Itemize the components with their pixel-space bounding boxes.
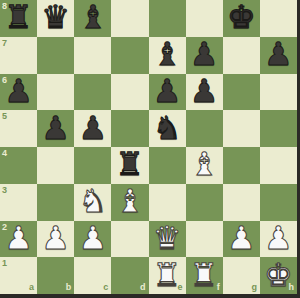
square-b6[interactable]: [37, 74, 74, 111]
black-pawn[interactable]: ♟: [41, 110, 70, 146]
chess-board-frame: 8♜♛♝♚7♝♟♟6♟♟♟5♟♟♞4♜♝3♞♝2♟♟♟♛♟♟1abcde♜f♜g…: [0, 0, 300, 298]
square-h1[interactable]: h♚: [260, 257, 297, 294]
square-e7[interactable]: ♝: [149, 37, 186, 74]
square-d3[interactable]: ♝: [111, 184, 148, 221]
square-d1[interactable]: d: [111, 257, 148, 294]
black-queen[interactable]: ♛: [41, 0, 70, 35]
square-h4[interactable]: [260, 147, 297, 184]
rank-label-3: 3: [2, 186, 7, 195]
square-a4[interactable]: 4: [0, 147, 37, 184]
square-g6[interactable]: [223, 74, 260, 111]
black-pawn[interactable]: ♟: [264, 36, 293, 72]
file-label-g: g: [251, 283, 257, 292]
square-g8[interactable]: ♚: [223, 0, 260, 37]
square-c8[interactable]: ♝: [74, 0, 111, 37]
rank-label-7: 7: [2, 39, 7, 48]
square-e3[interactable]: [149, 184, 186, 221]
square-f8[interactable]: [186, 0, 223, 37]
square-f2[interactable]: [186, 221, 223, 258]
rank-label-4: 4: [2, 149, 7, 158]
square-f1[interactable]: f♜: [186, 257, 223, 294]
square-f7[interactable]: ♟: [186, 37, 223, 74]
square-h3[interactable]: [260, 184, 297, 221]
white-bishop[interactable]: ♝: [116, 183, 145, 219]
square-f3[interactable]: [186, 184, 223, 221]
square-c7[interactable]: [74, 37, 111, 74]
square-d5[interactable]: [111, 110, 148, 147]
black-pawn[interactable]: ♟: [190, 73, 219, 109]
square-a8[interactable]: 8♜: [0, 0, 37, 37]
square-c1[interactable]: c: [74, 257, 111, 294]
file-label-b: b: [66, 283, 72, 292]
black-king[interactable]: ♚: [227, 0, 256, 35]
white-pawn[interactable]: ♟: [41, 220, 70, 256]
black-bishop[interactable]: ♝: [153, 36, 182, 72]
square-b1[interactable]: b: [37, 257, 74, 294]
square-c4[interactable]: [74, 147, 111, 184]
square-d4[interactable]: ♜: [111, 147, 148, 184]
square-b8[interactable]: ♛: [37, 0, 74, 37]
square-f6[interactable]: ♟: [186, 74, 223, 111]
square-g5[interactable]: [223, 110, 260, 147]
square-b3[interactable]: [37, 184, 74, 221]
square-a7[interactable]: 7: [0, 37, 37, 74]
square-g3[interactable]: [223, 184, 260, 221]
black-pawn[interactable]: ♟: [78, 110, 107, 146]
square-h2[interactable]: ♟: [260, 221, 297, 258]
square-b5[interactable]: ♟: [37, 110, 74, 147]
white-pawn[interactable]: ♟: [227, 220, 256, 256]
white-pawn[interactable]: ♟: [78, 220, 107, 256]
square-g7[interactable]: [223, 37, 260, 74]
square-d6[interactable]: [111, 74, 148, 111]
square-d8[interactable]: [111, 0, 148, 37]
square-a2[interactable]: 2♟: [0, 221, 37, 258]
square-h7[interactable]: ♟: [260, 37, 297, 74]
white-bishop[interactable]: ♝: [190, 146, 219, 182]
square-c3[interactable]: ♞: [74, 184, 111, 221]
square-a3[interactable]: 3: [0, 184, 37, 221]
chess-board: 8♜♛♝♚7♝♟♟6♟♟♟5♟♟♞4♜♝3♞♝2♟♟♟♛♟♟1abcde♜f♜g…: [0, 0, 297, 294]
black-rook[interactable]: ♜: [116, 146, 145, 182]
square-e5[interactable]: ♞: [149, 110, 186, 147]
rank-label-1: 1: [2, 259, 7, 268]
square-g2[interactable]: ♟: [223, 221, 260, 258]
black-rook[interactable]: ♜: [4, 0, 33, 35]
white-king[interactable]: ♚: [264, 257, 293, 293]
square-a6[interactable]: 6♟: [0, 74, 37, 111]
square-b4[interactable]: [37, 147, 74, 184]
square-e2[interactable]: ♛: [149, 221, 186, 258]
square-g1[interactable]: g: [223, 257, 260, 294]
square-b2[interactable]: ♟: [37, 221, 74, 258]
white-rook[interactable]: ♜: [190, 257, 219, 293]
square-e8[interactable]: [149, 0, 186, 37]
white-knight[interactable]: ♞: [78, 183, 107, 219]
square-d2[interactable]: [111, 221, 148, 258]
square-b7[interactable]: [37, 37, 74, 74]
black-bishop[interactable]: ♝: [78, 0, 107, 35]
square-h6[interactable]: [260, 74, 297, 111]
square-c5[interactable]: ♟: [74, 110, 111, 147]
black-pawn[interactable]: ♟: [153, 73, 182, 109]
file-label-d: d: [140, 283, 146, 292]
square-a1[interactable]: 1a: [0, 257, 37, 294]
square-c6[interactable]: [74, 74, 111, 111]
square-e4[interactable]: [149, 147, 186, 184]
black-pawn[interactable]: ♟: [190, 36, 219, 72]
file-label-c: c: [103, 283, 108, 292]
square-g4[interactable]: [223, 147, 260, 184]
white-rook[interactable]: ♜: [153, 257, 182, 293]
white-queen[interactable]: ♛: [153, 220, 182, 256]
square-e1[interactable]: e♜: [149, 257, 186, 294]
file-label-a: a: [29, 283, 34, 292]
square-a5[interactable]: 5: [0, 110, 37, 147]
square-d7[interactable]: [111, 37, 148, 74]
white-pawn[interactable]: ♟: [4, 220, 33, 256]
square-h8[interactable]: [260, 0, 297, 37]
square-f5[interactable]: [186, 110, 223, 147]
black-knight[interactable]: ♞: [153, 110, 182, 146]
rank-label-5: 5: [2, 112, 7, 121]
black-pawn[interactable]: ♟: [4, 73, 33, 109]
square-h5[interactable]: [260, 110, 297, 147]
square-c2[interactable]: ♟: [74, 221, 111, 258]
white-pawn[interactable]: ♟: [264, 220, 293, 256]
square-f4[interactable]: ♝: [186, 147, 223, 184]
square-e6[interactable]: ♟: [149, 74, 186, 111]
